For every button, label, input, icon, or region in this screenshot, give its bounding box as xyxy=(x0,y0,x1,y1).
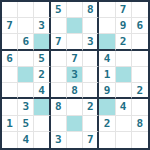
cell-r9c4[interactable]: 3 xyxy=(51,132,67,148)
cell-r2c8[interactable]: 9 xyxy=(116,18,132,34)
cell-r1c8[interactable]: 7 xyxy=(116,2,132,18)
cell-r9c7[interactable] xyxy=(99,132,115,148)
cell-r3c1[interactable] xyxy=(2,34,18,50)
cell-r9c9[interactable] xyxy=(132,132,148,148)
cell-r5c8[interactable] xyxy=(116,67,132,83)
cell-r9c1[interactable] xyxy=(2,132,18,148)
cell-r3c4[interactable]: 7 xyxy=(51,34,67,50)
cell-r8c3[interactable] xyxy=(34,116,50,132)
cell-r1c9[interactable] xyxy=(132,2,148,18)
cell-r7c6[interactable]: 2 xyxy=(83,99,99,115)
cell-r9c2[interactable]: 4 xyxy=(18,132,34,148)
cell-r3c5[interactable] xyxy=(67,34,83,50)
cell-r2c4[interactable] xyxy=(51,18,67,34)
cell-r8c4[interactable] xyxy=(51,116,67,132)
cell-r6c5[interactable]: 8 xyxy=(67,83,83,99)
cell-r8c8[interactable] xyxy=(116,116,132,132)
cell-r2c7[interactable] xyxy=(99,18,115,34)
cell-r1c3[interactable] xyxy=(34,2,50,18)
cell-r9c6[interactable]: 7 xyxy=(83,132,99,148)
cell-r3c2[interactable]: 6 xyxy=(18,34,34,50)
cell-r5c6[interactable] xyxy=(83,67,99,83)
cell-r7c1[interactable] xyxy=(2,99,18,115)
cell-r3c7[interactable] xyxy=(99,34,115,50)
cell-r4c4[interactable] xyxy=(51,51,67,67)
cell-r5c3[interactable]: 2 xyxy=(34,67,50,83)
cell-r8c7[interactable]: 2 xyxy=(99,116,115,132)
cell-r6c2[interactable] xyxy=(18,83,34,99)
cell-r4c8[interactable] xyxy=(116,51,132,67)
cell-r9c5[interactable] xyxy=(67,132,83,148)
cell-r5c9[interactable] xyxy=(132,67,148,83)
cell-r6c7[interactable]: 9 xyxy=(99,83,115,99)
cell-r2c6[interactable] xyxy=(83,18,99,34)
cell-r6c6[interactable] xyxy=(83,83,99,99)
cell-r4c5[interactable]: 7 xyxy=(67,51,83,67)
cell-r8c9[interactable]: 8 xyxy=(132,116,148,132)
cell-r9c8[interactable] xyxy=(116,132,132,148)
cell-r4c9[interactable] xyxy=(132,51,148,67)
cell-r2c2[interactable] xyxy=(18,18,34,34)
cell-r1c2[interactable] xyxy=(18,2,34,18)
cell-r3c3[interactable] xyxy=(34,34,50,50)
cell-r1c5[interactable] xyxy=(67,2,83,18)
cell-r8c1[interactable]: 1 xyxy=(2,116,18,132)
cell-r3c6[interactable]: 3 xyxy=(83,34,99,50)
cell-r5c5[interactable]: 3 xyxy=(67,67,83,83)
cell-r7c8[interactable]: 4 xyxy=(116,99,132,115)
cell-r4c3[interactable]: 5 xyxy=(34,51,50,67)
sudoku-board: 587739667326574231489238241528437 xyxy=(0,0,150,150)
cell-r5c7[interactable]: 1 xyxy=(99,67,115,83)
cell-r7c9[interactable] xyxy=(132,99,148,115)
cell-r6c4[interactable] xyxy=(51,83,67,99)
cell-r4c2[interactable] xyxy=(18,51,34,67)
cell-r1c1[interactable] xyxy=(2,2,18,18)
cell-r4c6[interactable] xyxy=(83,51,99,67)
cell-r6c3[interactable]: 4 xyxy=(34,83,50,99)
cell-r7c5[interactable] xyxy=(67,99,83,115)
cell-r3c9[interactable] xyxy=(132,34,148,50)
cell-r7c4[interactable]: 8 xyxy=(51,99,67,115)
cell-r2c1[interactable]: 7 xyxy=(2,18,18,34)
cell-r9c3[interactable] xyxy=(34,132,50,148)
cell-r5c2[interactable] xyxy=(18,67,34,83)
cell-r7c7[interactable] xyxy=(99,99,115,115)
cell-r8c6[interactable] xyxy=(83,116,99,132)
cell-r2c5[interactable] xyxy=(67,18,83,34)
cell-r2c9[interactable]: 6 xyxy=(132,18,148,34)
cell-r1c4[interactable]: 5 xyxy=(51,2,67,18)
cell-r6c1[interactable] xyxy=(2,83,18,99)
cell-r7c3[interactable] xyxy=(34,99,50,115)
cell-r7c2[interactable]: 3 xyxy=(18,99,34,115)
cell-r6c9[interactable]: 2 xyxy=(132,83,148,99)
cell-r2c3[interactable]: 3 xyxy=(34,18,50,34)
cell-r1c6[interactable]: 8 xyxy=(83,2,99,18)
cell-r5c4[interactable] xyxy=(51,67,67,83)
cell-r4c7[interactable]: 4 xyxy=(99,51,115,67)
cell-r1c7[interactable] xyxy=(99,2,115,18)
cell-r8c5[interactable] xyxy=(67,116,83,132)
cell-r6c8[interactable] xyxy=(116,83,132,99)
cell-r4c1[interactable]: 6 xyxy=(2,51,18,67)
cell-r5c1[interactable] xyxy=(2,67,18,83)
cell-r8c2[interactable]: 5 xyxy=(18,116,34,132)
cell-r3c8[interactable]: 2 xyxy=(116,34,132,50)
